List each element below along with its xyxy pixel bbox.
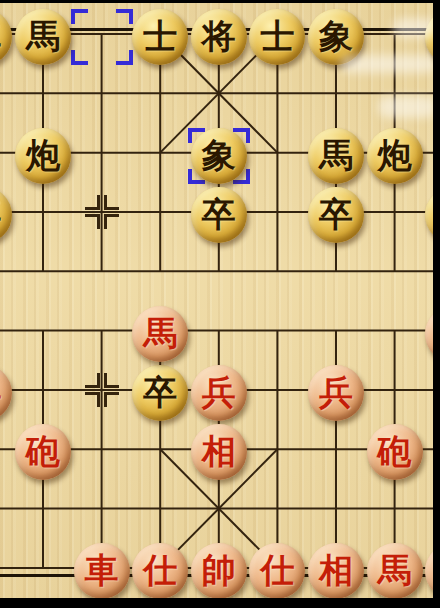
black-horse-glyph: 馬 xyxy=(26,20,60,54)
black-soldier-glyph: 卒 xyxy=(202,198,236,232)
piece-red-soldier[interactable]: 兵 xyxy=(308,365,364,421)
piece-red-horse[interactable]: 馬 xyxy=(367,543,423,599)
red-soldier-glyph: 兵 xyxy=(0,376,1,410)
black-soldier-glyph: 卒 xyxy=(143,376,177,410)
black-general-glyph: 将 xyxy=(202,20,236,54)
black-horse-glyph: 馬 xyxy=(319,139,353,173)
red-general-glyph: 帥 xyxy=(202,554,236,588)
red-horse-glyph: 馬 xyxy=(378,554,412,588)
piece-black-general[interactable]: 将 xyxy=(191,9,247,65)
motion-blur-smudge xyxy=(378,96,436,118)
piece-black-cannon[interactable]: 炮 xyxy=(367,128,423,184)
red-elephant-glyph: 相 xyxy=(202,435,236,469)
piece-black-advisor[interactable]: 士 xyxy=(132,9,188,65)
piece-red-general[interactable]: 帥 xyxy=(191,543,247,599)
piece-black-soldier[interactable]: 卒 xyxy=(132,365,188,421)
last-move-from-marker xyxy=(71,9,133,65)
black-chariot-glyph: 車 xyxy=(0,20,1,54)
piece-red-advisor[interactable]: 仕 xyxy=(249,543,305,599)
letterbox-bottom xyxy=(0,598,440,608)
piece-red-cannon[interactable]: 砲 xyxy=(367,424,423,480)
piece-red-soldier[interactable]: 兵 xyxy=(0,365,12,421)
black-cannon-glyph: 炮 xyxy=(26,139,60,173)
red-advisor-glyph: 仕 xyxy=(143,554,177,588)
red-advisor-glyph: 仕 xyxy=(260,554,294,588)
piece-black-chariot[interactable]: 車 xyxy=(0,9,12,65)
piece-black-elephant[interactable]: 象 xyxy=(191,128,247,184)
piece-red-elephant[interactable]: 相 xyxy=(308,543,364,599)
black-advisor-glyph: 士 xyxy=(260,20,294,54)
piece-black-soldier[interactable]: 卒 xyxy=(308,187,364,243)
piece-black-cannon[interactable]: 炮 xyxy=(15,128,71,184)
piece-black-soldier[interactable]: 卒 xyxy=(191,187,247,243)
red-elephant-glyph: 相 xyxy=(319,554,353,588)
black-cannon-glyph: 炮 xyxy=(378,139,412,173)
piece-black-horse[interactable]: 馬 xyxy=(15,9,71,65)
piece-black-elephant[interactable]: 象 xyxy=(308,9,364,65)
black-soldier-glyph: 卒 xyxy=(319,198,353,232)
piece-red-chariot[interactable]: 車 xyxy=(74,543,130,599)
red-cannon-glyph: 砲 xyxy=(26,435,60,469)
piece-red-horse[interactable]: 馬 xyxy=(132,306,188,362)
black-advisor-glyph: 士 xyxy=(143,20,177,54)
piece-red-soldier[interactable]: 兵 xyxy=(191,365,247,421)
piece-red-advisor[interactable]: 仕 xyxy=(132,543,188,599)
piece-black-soldier[interactable]: 卒 xyxy=(0,187,12,243)
piece-black-advisor[interactable]: 士 xyxy=(249,9,305,65)
black-elephant-glyph: 象 xyxy=(202,139,236,173)
red-cannon-glyph: 砲 xyxy=(378,435,412,469)
point-marker xyxy=(84,194,120,230)
red-soldier-glyph: 兵 xyxy=(202,376,236,410)
black-soldier-glyph: 卒 xyxy=(0,198,1,232)
piece-black-horse[interactable]: 馬 xyxy=(308,128,364,184)
red-soldier-glyph: 兵 xyxy=(319,376,353,410)
xiangqi-board[interactable]: 車馬士将士象車炮象馬炮卒卒卒卒卒馬兵兵兵兵砲相砲車仕帥仕相馬車 xyxy=(0,0,440,608)
point-marker xyxy=(84,372,120,408)
piece-red-cannon[interactable]: 砲 xyxy=(15,424,71,480)
red-chariot-glyph: 車 xyxy=(85,554,119,588)
board-grid-lines xyxy=(0,0,440,608)
letterbox-right xyxy=(433,0,440,608)
red-horse-glyph: 馬 xyxy=(143,317,177,351)
letterbox-top xyxy=(0,0,440,3)
black-elephant-glyph: 象 xyxy=(319,20,353,54)
piece-red-elephant[interactable]: 相 xyxy=(191,424,247,480)
